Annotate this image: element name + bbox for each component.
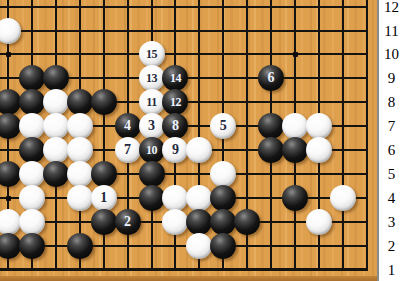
grid-line-vertical [366,0,368,271]
move-number: 12 [170,96,181,108]
stone-white-F8[interactable] [43,89,69,115]
row-label-3: 3 [379,215,404,230]
stone-black-K6-move-10[interactable]: 10 [139,137,165,163]
stone-white-R3[interactable] [306,209,332,235]
row-label-6: 6 [379,143,404,158]
stone-white-F6[interactable] [43,137,69,163]
stone-white-K7-move-3[interactable]: 3 [139,113,165,139]
stone-white-E7[interactable] [19,113,45,139]
stone-black-G8[interactable] [67,89,93,115]
move-number: 9 [172,143,179,157]
stone-black-D5[interactable] [0,161,21,187]
move-number: 10 [146,144,157,156]
go-diagram: 151314611124385710912 121110987654321 [0,0,404,281]
move-number: 14 [170,72,181,84]
stone-white-G4[interactable] [67,185,93,211]
stone-black-D7[interactable] [0,113,21,139]
star-point-D4 [6,196,11,201]
stone-black-J7-move-4[interactable]: 4 [115,113,141,139]
stone-white-N7-move-5[interactable]: 5 [210,113,236,139]
stone-black-P6[interactable] [258,137,284,163]
move-number: 5 [220,119,227,133]
stone-white-S4[interactable] [330,185,356,211]
stone-white-D11[interactable] [0,18,21,44]
move-number: 4 [124,119,131,133]
row-label-7: 7 [379,119,404,134]
stone-black-E6[interactable] [19,137,45,163]
stone-black-P9-move-6[interactable]: 6 [258,65,284,91]
stone-black-N3[interactable] [210,209,236,235]
stone-black-F5[interactable] [43,161,69,187]
stone-white-Q7[interactable] [282,113,308,139]
stone-white-M2[interactable] [186,233,212,259]
stone-white-K10-move-15[interactable]: 15 [139,41,165,67]
grid-line-horizontal [0,6,368,8]
stone-black-J3-move-2[interactable]: 2 [115,209,141,235]
stone-black-N4[interactable] [210,185,236,211]
stone-black-E2[interactable] [19,233,45,259]
stone-black-E8[interactable] [19,89,45,115]
move-number: 1 [100,191,107,205]
move-number: 6 [268,71,275,85]
stone-black-K5[interactable] [139,161,165,187]
stone-white-L3[interactable] [162,209,188,235]
grid-line-horizontal [0,245,368,247]
stone-white-E4[interactable] [19,185,45,211]
row-label-10: 10 [379,47,404,62]
row-label-4: 4 [379,191,404,206]
row-label-12: 12 [379,0,404,15]
move-number: 2 [124,214,131,228]
grid-line-vertical [342,0,344,271]
move-number: 13 [146,72,157,84]
move-number: 15 [146,48,157,60]
stone-black-K4[interactable] [139,185,165,211]
stone-white-G5[interactable] [67,161,93,187]
row-label-8: 8 [379,95,404,110]
move-number: 11 [146,96,156,108]
row-label-11: 11 [379,24,404,39]
go-board[interactable]: 151314611124385710912 [0,0,377,281]
stone-white-L6-move-9[interactable]: 9 [162,137,188,163]
stone-black-L8-move-12[interactable]: 12 [162,89,188,115]
row-label-1: 1 [379,263,404,278]
stone-black-H5[interactable] [91,161,117,187]
stone-white-K8-move-11[interactable]: 11 [139,89,165,115]
stone-black-L9-move-14[interactable]: 14 [162,65,188,91]
move-number: 3 [148,119,155,133]
stone-white-E3[interactable] [19,209,45,235]
stone-white-D3[interactable] [0,209,21,235]
stone-black-H8[interactable] [91,89,117,115]
stone-black-O3[interactable] [234,209,260,235]
stone-black-Q6[interactable] [282,137,308,163]
stone-black-E9[interactable] [19,65,45,91]
stone-white-J6-move-7[interactable]: 7 [115,137,141,163]
move-number: 8 [172,119,179,133]
row-label-5: 5 [379,167,404,182]
grid-line-horizontal [0,30,368,32]
stone-white-G7[interactable] [67,113,93,139]
stone-white-F7[interactable] [43,113,69,139]
move-number: 7 [124,143,131,157]
stone-white-R6[interactable] [306,137,332,163]
grid-line-horizontal [0,268,368,271]
stone-black-M3[interactable] [186,209,212,235]
grid-line-horizontal [0,53,368,55]
stone-black-D8[interactable] [0,89,21,115]
row-label-2: 2 [379,239,404,254]
board-bottom-edge [0,276,377,281]
coordinate-strip: 121110987654321 [377,0,404,281]
stone-black-F9[interactable] [43,65,69,91]
stone-white-R7[interactable] [306,113,332,139]
stone-white-N5[interactable] [210,161,236,187]
stone-black-D2[interactable] [0,233,21,259]
star-point-Q10 [293,52,298,57]
stone-white-H4-move-1[interactable]: 1 [91,185,117,211]
stone-white-L4[interactable] [162,185,188,211]
stone-white-K9-move-13[interactable]: 13 [139,65,165,91]
stone-black-H3[interactable] [91,209,117,235]
row-label-9: 9 [379,71,404,86]
stone-white-G6[interactable] [67,137,93,163]
stone-black-N2[interactable] [210,233,236,259]
stone-black-P7[interactable] [258,113,284,139]
stone-white-M4[interactable] [186,185,212,211]
stone-white-M6[interactable] [186,137,212,163]
stone-black-G2[interactable] [67,233,93,259]
star-point-D10 [6,52,11,57]
stone-white-E5[interactable] [19,161,45,187]
stone-black-Q4[interactable] [282,185,308,211]
stone-black-L7-move-8[interactable]: 8 [162,113,188,139]
